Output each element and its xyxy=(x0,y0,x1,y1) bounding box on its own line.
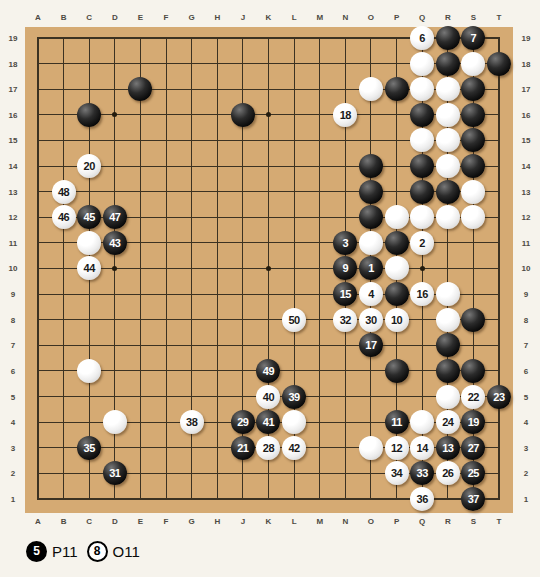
row-label-left: 8 xyxy=(11,315,15,324)
black-stone xyxy=(436,359,460,383)
white-stone-move-34: 34 xyxy=(385,461,409,485)
white-stone-move-48: 48 xyxy=(52,180,76,204)
white-stone-move-42: 42 xyxy=(282,436,306,460)
row-label-right: 5 xyxy=(524,392,528,401)
column-label-bottom: T xyxy=(497,517,502,526)
black-stone xyxy=(385,77,409,101)
column-label-top: N xyxy=(342,13,348,22)
row-label-right: 15 xyxy=(522,136,531,145)
white-stone xyxy=(77,231,101,255)
black-stone-move-21: 21 xyxy=(231,436,255,460)
row-label-right: 13 xyxy=(522,187,531,196)
white-stone-move-2: 2 xyxy=(410,231,434,255)
white-stone-move-46: 46 xyxy=(52,205,76,229)
row-label-right: 1 xyxy=(524,494,528,503)
column-label-top: O xyxy=(368,13,374,22)
row-label-right: 10 xyxy=(522,264,531,273)
black-stone-move-29: 29 xyxy=(231,410,255,434)
star-point xyxy=(420,266,425,271)
row-label-left: 15 xyxy=(9,136,18,145)
row-label-left: 12 xyxy=(9,213,18,222)
row-label-right: 11 xyxy=(522,238,530,247)
row-label-left: 4 xyxy=(11,418,15,427)
column-label-top: B xyxy=(61,13,67,22)
black-stone xyxy=(436,52,460,76)
black-stone-move-13: 13 xyxy=(436,436,460,460)
black-stone xyxy=(385,231,409,255)
white-stone xyxy=(77,359,101,383)
caption-white-stone-8: 8 xyxy=(87,541,108,562)
column-label-top: Q xyxy=(419,13,425,22)
white-stone-move-38: 38 xyxy=(180,410,204,434)
row-label-left: 19 xyxy=(9,34,18,43)
column-label-top: G xyxy=(189,13,195,22)
white-stone-move-10: 10 xyxy=(385,308,409,332)
white-stone xyxy=(359,231,383,255)
white-stone xyxy=(436,77,460,101)
row-label-left: 6 xyxy=(11,366,15,375)
column-label-bottom: G xyxy=(189,517,195,526)
grid-line-horizontal xyxy=(37,345,500,346)
white-stone-move-18: 18 xyxy=(333,103,357,127)
column-label-bottom: N xyxy=(342,517,348,526)
column-label-bottom: H xyxy=(214,517,220,526)
white-stone xyxy=(436,103,460,127)
white-stone xyxy=(436,205,460,229)
white-stone xyxy=(410,52,434,76)
black-stone xyxy=(385,359,409,383)
row-label-left: 5 xyxy=(11,392,15,401)
black-stone xyxy=(436,333,460,357)
row-label-right: 2 xyxy=(524,469,528,478)
white-stone-move-36: 36 xyxy=(410,487,434,511)
white-stone-move-6: 6 xyxy=(410,26,434,50)
white-stone xyxy=(461,180,485,204)
row-label-left: 14 xyxy=(9,162,18,171)
column-label-top: D xyxy=(112,13,118,22)
column-label-top: L xyxy=(292,13,297,22)
row-label-right: 12 xyxy=(522,213,531,222)
column-label-top: M xyxy=(316,13,323,22)
column-label-bottom: M xyxy=(316,517,323,526)
row-label-left: 1 xyxy=(11,494,15,503)
row-label-right: 16 xyxy=(522,110,531,119)
white-stone-move-12: 12 xyxy=(385,436,409,460)
grid-line-horizontal xyxy=(37,319,500,320)
white-stone xyxy=(359,77,383,101)
black-stone xyxy=(461,308,485,332)
row-label-left: 17 xyxy=(9,85,18,94)
white-stone-move-30: 30 xyxy=(359,308,383,332)
black-stone xyxy=(359,180,383,204)
column-label-top: R xyxy=(445,13,451,22)
white-stone xyxy=(436,282,460,306)
black-stone-move-43: 43 xyxy=(103,231,127,255)
row-label-right: 3 xyxy=(524,443,528,452)
row-label-left: 16 xyxy=(9,110,18,119)
row-label-left: 11 xyxy=(9,238,17,247)
white-stone-move-24: 24 xyxy=(436,410,460,434)
row-label-left: 7 xyxy=(11,341,15,350)
black-stone xyxy=(77,103,101,127)
white-stone xyxy=(436,385,460,409)
black-stone xyxy=(436,26,460,50)
column-label-top: F xyxy=(164,13,169,22)
row-label-right: 14 xyxy=(522,162,531,171)
row-label-left: 10 xyxy=(9,264,18,273)
go-diagram-page: 5P118O11 AABBCCDDEEFFGGHHJJKKLLMMNNOOPPQ… xyxy=(0,0,540,577)
black-stone xyxy=(410,180,434,204)
row-label-right: 6 xyxy=(524,366,528,375)
column-label-bottom: S xyxy=(471,517,476,526)
black-stone xyxy=(436,180,460,204)
column-label-bottom: D xyxy=(112,517,118,526)
white-stone xyxy=(103,410,127,434)
row-label-right: 8 xyxy=(524,315,528,324)
white-stone-move-14: 14 xyxy=(410,436,434,460)
black-stone-move-11: 11 xyxy=(385,410,409,434)
column-label-bottom: B xyxy=(61,517,67,526)
column-label-top: E xyxy=(138,13,143,22)
column-label-bottom: A xyxy=(35,517,41,526)
column-label-top: P xyxy=(394,13,399,22)
white-stone xyxy=(385,205,409,229)
column-label-bottom: P xyxy=(394,517,399,526)
row-label-right: 18 xyxy=(522,59,531,68)
column-label-bottom: J xyxy=(241,517,245,526)
column-label-top: H xyxy=(214,13,220,22)
row-label-left: 3 xyxy=(11,443,15,452)
column-label-top: T xyxy=(497,13,502,22)
white-stone xyxy=(385,256,409,280)
black-stone-move-23: 23 xyxy=(487,385,511,409)
column-label-top: K xyxy=(266,13,272,22)
grid-line-vertical xyxy=(498,37,500,500)
black-stone xyxy=(359,154,383,178)
caption-point-label: O11 xyxy=(113,543,140,560)
black-stone xyxy=(385,282,409,306)
row-label-left: 18 xyxy=(9,59,18,68)
row-label-left: 9 xyxy=(11,290,15,299)
column-label-top: A xyxy=(35,13,41,22)
white-stone xyxy=(461,52,485,76)
column-label-bottom: F xyxy=(164,517,169,526)
column-label-top: J xyxy=(241,13,245,22)
row-label-right: 19 xyxy=(522,34,531,43)
black-stone-move-39: 39 xyxy=(282,385,306,409)
white-stone-move-40: 40 xyxy=(256,385,280,409)
row-label-right: 4 xyxy=(524,418,528,427)
column-label-bottom: L xyxy=(292,517,297,526)
column-label-top: C xyxy=(86,13,92,22)
white-stone-move-50: 50 xyxy=(282,308,306,332)
black-stone-move-27: 27 xyxy=(461,436,485,460)
move-caption: 5P118O11 xyxy=(26,539,144,563)
white-stone-move-22: 22 xyxy=(461,385,485,409)
row-label-right: 7 xyxy=(524,341,528,350)
white-stone-move-26: 26 xyxy=(436,461,460,485)
column-label-top: S xyxy=(471,13,476,22)
black-stone xyxy=(487,52,511,76)
caption-black-stone-5: 5 xyxy=(26,541,47,562)
column-label-bottom: K xyxy=(266,517,272,526)
black-stone-move-47: 47 xyxy=(103,205,127,229)
star-point xyxy=(266,266,271,271)
black-stone xyxy=(410,103,434,127)
column-label-bottom: O xyxy=(368,517,374,526)
column-label-bottom: E xyxy=(138,517,143,526)
column-label-bottom: R xyxy=(445,517,451,526)
row-label-right: 9 xyxy=(524,290,528,299)
white-stone xyxy=(436,308,460,332)
black-stone-move-35: 35 xyxy=(77,436,101,460)
white-stone xyxy=(436,154,460,178)
row-label-left: 13 xyxy=(9,187,18,196)
white-stone-move-4: 4 xyxy=(359,282,383,306)
white-stone xyxy=(359,436,383,460)
column-label-bottom: Q xyxy=(419,517,425,526)
black-stone xyxy=(231,103,255,127)
row-label-right: 17 xyxy=(522,85,531,94)
column-label-bottom: C xyxy=(86,517,92,526)
grid-line-vertical xyxy=(319,37,320,500)
caption-point-label: P11 xyxy=(52,543,78,560)
white-stone-move-32: 32 xyxy=(333,308,357,332)
row-label-left: 2 xyxy=(11,469,15,478)
